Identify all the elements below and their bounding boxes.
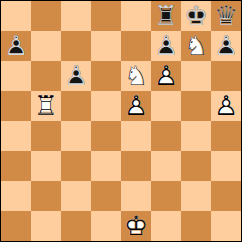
piece-outline-layer: ♘ bbox=[181, 31, 211, 61]
square-c3[interactable] bbox=[61, 151, 91, 181]
square-d3[interactable] bbox=[91, 151, 121, 181]
square-h3[interactable] bbox=[211, 151, 241, 181]
square-a5[interactable] bbox=[1, 91, 31, 121]
square-d6[interactable] bbox=[91, 61, 121, 91]
square-h2[interactable] bbox=[211, 181, 241, 211]
square-b3[interactable] bbox=[31, 151, 61, 181]
piece-outline-layer: ♔ bbox=[181, 1, 211, 31]
square-c7[interactable] bbox=[61, 31, 91, 61]
piece-white-pawn[interactable]: ♟♙ bbox=[151, 61, 181, 91]
piece-white-knight[interactable]: ♞♘ bbox=[121, 61, 151, 91]
square-f4[interactable] bbox=[151, 121, 181, 151]
square-f8[interactable]: ♜♖ bbox=[151, 1, 181, 31]
square-g8[interactable]: ♚♔ bbox=[181, 1, 211, 31]
square-d8[interactable] bbox=[91, 1, 121, 31]
square-b4[interactable] bbox=[31, 121, 61, 151]
square-a8[interactable] bbox=[1, 1, 31, 31]
square-f6[interactable]: ♟♙ bbox=[151, 61, 181, 91]
square-g7[interactable]: ♞♘ bbox=[181, 31, 211, 61]
piece-outline-layer: ♙ bbox=[1, 31, 31, 61]
square-e6[interactable]: ♞♘ bbox=[121, 61, 151, 91]
square-f3[interactable] bbox=[151, 151, 181, 181]
square-c1[interactable] bbox=[61, 211, 91, 241]
square-d7[interactable] bbox=[91, 31, 121, 61]
square-a1[interactable] bbox=[1, 211, 31, 241]
square-g6[interactable] bbox=[181, 61, 211, 91]
square-c5[interactable] bbox=[61, 91, 91, 121]
piece-white-king[interactable]: ♚♔ bbox=[121, 211, 151, 241]
piece-black-king[interactable]: ♚♔ bbox=[181, 1, 211, 31]
piece-black-queen[interactable]: ♛♕ bbox=[211, 1, 241, 31]
square-h5[interactable]: ♟♙ bbox=[211, 91, 241, 121]
square-h8[interactable]: ♛♕ bbox=[211, 1, 241, 31]
square-e2[interactable] bbox=[121, 181, 151, 211]
board-frame: ♜♖♚♔♛♕♟♙♟♙♞♘♟♙♟♙♞♘♟♙♜♖♟♙♟♙♚♔ bbox=[0, 0, 242, 242]
square-g5[interactable] bbox=[181, 91, 211, 121]
square-e3[interactable] bbox=[121, 151, 151, 181]
piece-white-pawn[interactable]: ♟♙ bbox=[211, 91, 241, 121]
piece-white-rook[interactable]: ♜♖ bbox=[31, 91, 61, 121]
piece-outline-layer: ♙ bbox=[151, 61, 181, 91]
square-f1[interactable] bbox=[151, 211, 181, 241]
piece-black-pawn[interactable]: ♟♙ bbox=[151, 31, 181, 61]
square-c2[interactable] bbox=[61, 181, 91, 211]
square-h6[interactable] bbox=[211, 61, 241, 91]
square-b6[interactable] bbox=[31, 61, 61, 91]
square-d2[interactable] bbox=[91, 181, 121, 211]
square-b2[interactable] bbox=[31, 181, 61, 211]
square-f2[interactable] bbox=[151, 181, 181, 211]
square-f5[interactable] bbox=[151, 91, 181, 121]
square-a6[interactable] bbox=[1, 61, 31, 91]
square-b7[interactable] bbox=[31, 31, 61, 61]
piece-outline-layer: ♙ bbox=[211, 31, 241, 61]
piece-black-pawn[interactable]: ♟♙ bbox=[211, 31, 241, 61]
square-f7[interactable]: ♟♙ bbox=[151, 31, 181, 61]
piece-white-pawn[interactable]: ♟♙ bbox=[121, 91, 151, 121]
piece-outline-layer: ♙ bbox=[121, 91, 151, 121]
square-e4[interactable] bbox=[121, 121, 151, 151]
square-b8[interactable] bbox=[31, 1, 61, 31]
square-h7[interactable]: ♟♙ bbox=[211, 31, 241, 61]
square-e8[interactable] bbox=[121, 1, 151, 31]
square-b5[interactable]: ♜♖ bbox=[31, 91, 61, 121]
piece-outline-layer: ♕ bbox=[211, 1, 241, 31]
piece-black-rook[interactable]: ♜♖ bbox=[151, 1, 181, 31]
square-g3[interactable] bbox=[181, 151, 211, 181]
chess-board: ♜♖♚♔♛♕♟♙♟♙♞♘♟♙♟♙♞♘♟♙♜♖♟♙♟♙♚♔ bbox=[1, 1, 241, 241]
piece-black-pawn[interactable]: ♟♙ bbox=[61, 61, 91, 91]
piece-outline-layer: ♘ bbox=[121, 61, 151, 91]
square-a3[interactable] bbox=[1, 151, 31, 181]
square-g2[interactable] bbox=[181, 181, 211, 211]
square-a2[interactable] bbox=[1, 181, 31, 211]
piece-outline-layer: ♙ bbox=[151, 31, 181, 61]
square-b1[interactable] bbox=[31, 211, 61, 241]
square-d5[interactable] bbox=[91, 91, 121, 121]
square-h1[interactable] bbox=[211, 211, 241, 241]
square-c4[interactable] bbox=[61, 121, 91, 151]
square-g1[interactable] bbox=[181, 211, 211, 241]
piece-black-pawn[interactable]: ♟♙ bbox=[1, 31, 31, 61]
square-d4[interactable] bbox=[91, 121, 121, 151]
piece-white-knight[interactable]: ♞♘ bbox=[181, 31, 211, 61]
square-c6[interactable]: ♟♙ bbox=[61, 61, 91, 91]
square-e1[interactable]: ♚♔ bbox=[121, 211, 151, 241]
piece-outline-layer: ♔ bbox=[121, 211, 151, 241]
square-h4[interactable] bbox=[211, 121, 241, 151]
piece-outline-layer: ♖ bbox=[151, 1, 181, 31]
piece-outline-layer: ♙ bbox=[61, 61, 91, 91]
square-a4[interactable] bbox=[1, 121, 31, 151]
square-a7[interactable]: ♟♙ bbox=[1, 31, 31, 61]
piece-outline-layer: ♙ bbox=[211, 91, 241, 121]
square-e7[interactable] bbox=[121, 31, 151, 61]
square-g4[interactable] bbox=[181, 121, 211, 151]
square-d1[interactable] bbox=[91, 211, 121, 241]
piece-outline-layer: ♖ bbox=[31, 91, 61, 121]
square-e5[interactable]: ♟♙ bbox=[121, 91, 151, 121]
square-c8[interactable] bbox=[61, 1, 91, 31]
